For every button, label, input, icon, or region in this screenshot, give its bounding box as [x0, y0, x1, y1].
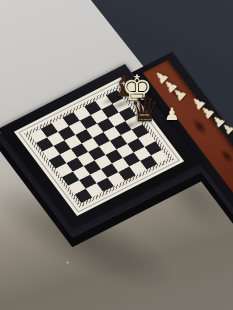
chess-set-photo: ♝♚♛♟♟♟♟♟♟♟♟ [0, 0, 233, 310]
board-grid [30, 90, 169, 203]
latch-detail [66, 261, 69, 264]
